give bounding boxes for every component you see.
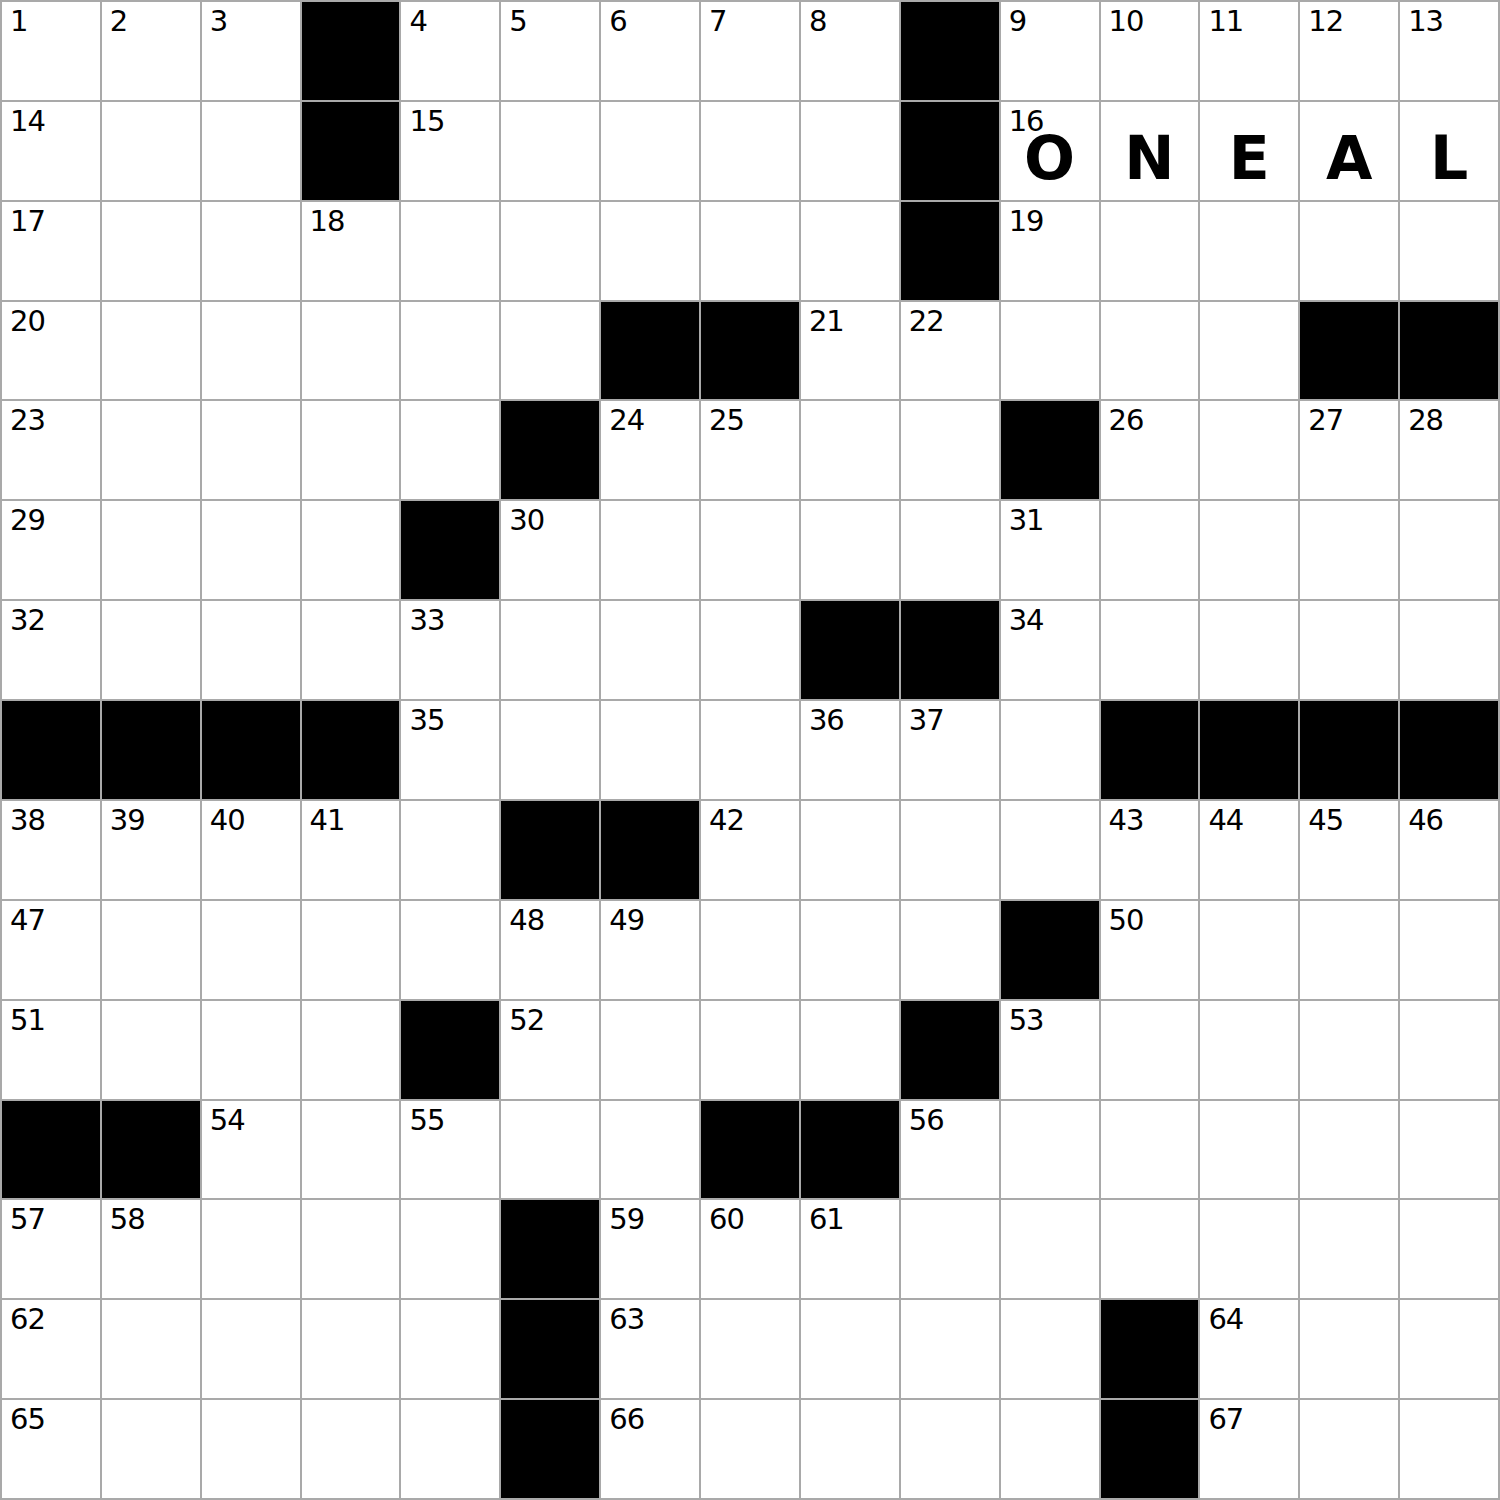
grid-cell[interactable] (1200, 501, 1298, 599)
grid-cell[interactable]: 48 (501, 901, 599, 999)
grid-cell[interactable]: E (1200, 102, 1298, 200)
grid-cell[interactable]: 46 (1400, 801, 1498, 899)
clue-number: 40 (210, 806, 245, 835)
grid-cell[interactable] (1001, 1200, 1099, 1298)
grid-cell[interactable] (1200, 1200, 1298, 1298)
grid-cell[interactable]: 37 (901, 701, 999, 799)
grid-cell[interactable]: 40 (202, 801, 300, 899)
grid-cell[interactable]: 66 (601, 1400, 699, 1498)
grid-cell[interactable]: 7 (701, 2, 799, 100)
clue-number: 29 (10, 506, 45, 535)
grid-cell[interactable]: 5 (501, 2, 599, 100)
clue-number: 8 (809, 7, 826, 36)
grid-cell[interactable] (1400, 501, 1498, 599)
grid-cell[interactable] (102, 302, 200, 400)
grid-cell[interactable] (302, 1001, 400, 1099)
grid-cell[interactable]: 56 (901, 1101, 999, 1199)
clue-number: 42 (709, 806, 744, 835)
grid-cell[interactable] (1400, 1300, 1498, 1398)
grid-cell[interactable] (801, 102, 899, 200)
grid-cell[interactable]: 60 (701, 1200, 799, 1298)
clue-number: 31 (1009, 506, 1044, 535)
grid-cell[interactable] (202, 1001, 300, 1099)
grid-cell[interactable] (1300, 1200, 1398, 1298)
black-cell (401, 1001, 499, 1099)
grid-cell[interactable] (1101, 601, 1199, 699)
grid-cell[interactable] (1400, 1101, 1498, 1199)
grid-cell[interactable] (1200, 601, 1298, 699)
grid-cell[interactable] (701, 701, 799, 799)
clue-number: 41 (310, 806, 345, 835)
grid-cell[interactable] (202, 901, 300, 999)
grid-cell[interactable] (501, 601, 599, 699)
grid-cell[interactable] (302, 501, 400, 599)
grid-cell[interactable] (202, 1400, 300, 1498)
grid-cell[interactable] (202, 302, 300, 400)
grid-cell[interactable] (701, 102, 799, 200)
grid-cell[interactable]: 38 (2, 801, 100, 899)
clue-number: 15 (409, 107, 444, 136)
clue-number: 53 (1009, 1006, 1044, 1035)
black-cell (1001, 401, 1099, 499)
clue-number: 19 (1009, 207, 1044, 236)
black-cell (2, 701, 100, 799)
clue-number: 30 (509, 506, 544, 535)
black-cell (701, 1101, 799, 1199)
grid-cell[interactable] (102, 1300, 200, 1398)
clue-number: 17 (10, 207, 45, 236)
grid-cell[interactable]: 54 (202, 1101, 300, 1199)
grid-cell[interactable] (501, 701, 599, 799)
grid-cell[interactable]: 11 (1200, 2, 1298, 100)
clue-number: 18 (310, 207, 345, 236)
clue-number: 34 (1009, 606, 1044, 635)
grid-cell[interactable] (801, 901, 899, 999)
black-cell (801, 1101, 899, 1199)
clue-number: 22 (909, 307, 944, 336)
grid-cell[interactable] (501, 102, 599, 200)
grid-cell[interactable]: 58 (102, 1200, 200, 1298)
black-cell (501, 1300, 599, 1398)
clue-number: 61 (809, 1205, 844, 1234)
grid-cell[interactable] (1101, 1001, 1199, 1099)
black-cell (901, 202, 999, 300)
grid-cell[interactable] (401, 801, 499, 899)
grid-cell[interactable]: 42 (701, 801, 799, 899)
grid-cell[interactable] (401, 1300, 499, 1398)
grid-cell[interactable] (202, 501, 300, 599)
grid-cell[interactable]: 10 (1101, 2, 1199, 100)
grid-cell[interactable] (601, 701, 699, 799)
grid-cell[interactable] (1001, 1400, 1099, 1498)
crossword-grid: 12345678910111213141516ONEAL171819202122… (0, 0, 1500, 1500)
grid-cell[interactable] (901, 1300, 999, 1398)
black-cell (302, 2, 400, 100)
grid-cell[interactable] (801, 501, 899, 599)
clue-number: 23 (10, 406, 45, 435)
clue-number: 6 (609, 7, 626, 36)
black-cell (2, 1101, 100, 1199)
grid-cell[interactable]: 67 (1200, 1400, 1298, 1498)
grid-cell[interactable] (102, 102, 200, 200)
grid-cell[interactable] (202, 601, 300, 699)
grid-cell[interactable] (601, 202, 699, 300)
clue-number: 47 (10, 906, 45, 935)
grid-cell[interactable] (701, 901, 799, 999)
black-cell (901, 102, 999, 200)
clue-number: 27 (1308, 406, 1343, 435)
grid-cell[interactable] (901, 401, 999, 499)
black-cell (1101, 1300, 1199, 1398)
grid-cell[interactable] (901, 501, 999, 599)
clue-number: 11 (1208, 7, 1243, 36)
grid-cell[interactable] (202, 1300, 300, 1398)
grid-cell[interactable] (701, 501, 799, 599)
grid-cell[interactable]: 21 (801, 302, 899, 400)
clue-number: 44 (1208, 806, 1243, 835)
grid-cell[interactable] (302, 1300, 400, 1398)
grid-cell[interactable] (302, 1200, 400, 1298)
clue-number: 28 (1408, 406, 1443, 435)
grid-cell[interactable] (901, 1400, 999, 1498)
clue-number: 67 (1208, 1405, 1243, 1434)
grid-cell[interactable]: 45 (1300, 801, 1398, 899)
black-cell (401, 501, 499, 599)
clue-number: 14 (10, 107, 45, 136)
black-cell (1400, 701, 1498, 799)
grid-cell[interactable]: 3 (202, 2, 300, 100)
grid-cell[interactable] (1200, 202, 1298, 300)
grid-cell[interactable]: 31 (1001, 501, 1099, 599)
clue-number: 5 (509, 7, 526, 36)
grid-cell[interactable] (202, 202, 300, 300)
black-cell (901, 2, 999, 100)
clue-number: 64 (1208, 1305, 1243, 1334)
grid-cell[interactable] (302, 302, 400, 400)
grid-cell[interactable] (1400, 601, 1498, 699)
clue-number: 49 (609, 906, 644, 935)
grid-cell[interactable] (1400, 1001, 1498, 1099)
grid-cell[interactable]: 9 (1001, 2, 1099, 100)
grid-cell[interactable] (1001, 1101, 1099, 1199)
grid-cell[interactable] (701, 1300, 799, 1398)
grid-cell[interactable]: 24 (601, 401, 699, 499)
grid-cell[interactable] (1001, 701, 1099, 799)
clue-number: 39 (110, 806, 145, 835)
grid-cell[interactable] (102, 601, 200, 699)
grid-cell[interactable] (701, 1001, 799, 1099)
grid-cell[interactable]: 22 (901, 302, 999, 400)
grid-cell[interactable] (801, 1300, 899, 1398)
black-cell (1001, 901, 1099, 999)
grid-cell[interactable] (102, 501, 200, 599)
black-cell (501, 801, 599, 899)
clue-number: 36 (809, 706, 844, 735)
grid-cell[interactable] (901, 801, 999, 899)
clue-number: 57 (10, 1205, 45, 1234)
grid-cell[interactable] (401, 302, 499, 400)
grid-cell[interactable]: 59 (601, 1200, 699, 1298)
grid-cell[interactable] (401, 1400, 499, 1498)
grid-cell[interactable] (701, 1400, 799, 1498)
grid-cell[interactable] (401, 401, 499, 499)
black-cell (302, 102, 400, 200)
grid-cell[interactable] (302, 401, 400, 499)
clue-number: 43 (1109, 806, 1144, 835)
clue-number: 65 (10, 1405, 45, 1434)
black-cell (102, 1101, 200, 1199)
grid-cell[interactable] (302, 1400, 400, 1498)
grid-cell[interactable]: 12 (1300, 2, 1398, 100)
grid-cell[interactable]: N (1101, 102, 1199, 200)
grid-cell[interactable] (102, 901, 200, 999)
grid-cell[interactable] (1101, 1101, 1199, 1199)
grid-cell[interactable]: 63 (601, 1300, 699, 1398)
grid-cell[interactable] (1001, 801, 1099, 899)
grid-cell[interactable]: 39 (102, 801, 200, 899)
grid-cell[interactable] (102, 1400, 200, 1498)
grid-cell[interactable]: 32 (2, 601, 100, 699)
grid-cell[interactable]: 26 (1101, 401, 1199, 499)
black-cell (501, 1200, 599, 1298)
grid-cell[interactable] (202, 1200, 300, 1298)
grid-cell[interactable] (1400, 901, 1498, 999)
grid-cell[interactable] (102, 202, 200, 300)
clue-number: 48 (509, 906, 544, 935)
grid-cell[interactable]: 51 (2, 1001, 100, 1099)
grid-cell[interactable] (801, 202, 899, 300)
grid-cell[interactable]: 13 (1400, 2, 1498, 100)
grid-cell[interactable] (601, 501, 699, 599)
grid-cell[interactable]: 14 (2, 102, 100, 200)
clue-number: 25 (709, 406, 744, 435)
grid-cell[interactable]: 1 (2, 2, 100, 100)
grid-cell[interactable]: 52 (501, 1001, 599, 1099)
black-cell (1101, 1400, 1199, 1498)
grid-cell[interactable]: 25 (701, 401, 799, 499)
grid-cell[interactable] (601, 601, 699, 699)
grid-cell[interactable] (202, 102, 300, 200)
black-cell (1400, 302, 1498, 400)
black-cell (1300, 302, 1398, 400)
grid-cell[interactable] (1300, 1001, 1398, 1099)
clue-number: 9 (1009, 7, 1026, 36)
clue-number: 55 (409, 1106, 444, 1135)
grid-cell[interactable] (1001, 1300, 1099, 1398)
grid-cell[interactable]: L (1400, 102, 1498, 200)
clue-number: 45 (1308, 806, 1343, 835)
clue-number: 1 (10, 7, 27, 36)
grid-cell[interactable] (1300, 501, 1398, 599)
grid-cell[interactable]: 65 (2, 1400, 100, 1498)
clue-number: 54 (210, 1106, 245, 1135)
grid-cell[interactable]: 30 (501, 501, 599, 599)
grid-cell[interactable]: 41 (302, 801, 400, 899)
grid-cell[interactable] (1300, 1300, 1398, 1398)
grid-cell[interactable]: 4 (401, 2, 499, 100)
grid-cell[interactable] (1400, 1200, 1498, 1298)
grid-cell[interactable]: 27 (1300, 401, 1398, 499)
clue-number: 20 (10, 307, 45, 336)
grid-cell[interactable]: 50 (1101, 901, 1199, 999)
grid-cell[interactable] (601, 1101, 699, 1199)
clue-number: 60 (709, 1205, 744, 1234)
grid-cell[interactable] (801, 801, 899, 899)
grid-cell[interactable] (1300, 1400, 1398, 1498)
clue-number: 3 (210, 7, 227, 36)
grid-cell[interactable]: 49 (601, 901, 699, 999)
grid-cell[interactable] (202, 401, 300, 499)
grid-cell[interactable] (501, 302, 599, 400)
grid-cell[interactable] (801, 1400, 899, 1498)
grid-cell[interactable]: 36 (801, 701, 899, 799)
grid-cell[interactable]: 61 (801, 1200, 899, 1298)
cell-letter: N (1101, 102, 1199, 200)
black-cell (102, 701, 200, 799)
black-cell (601, 801, 699, 899)
black-cell (901, 601, 999, 699)
grid-cell[interactable] (1200, 1101, 1298, 1199)
black-cell (1200, 701, 1298, 799)
clue-number: 56 (909, 1106, 944, 1135)
grid-cell[interactable]: 18 (302, 202, 400, 300)
clue-number: 21 (809, 307, 844, 336)
grid-cell[interactable]: 2 (102, 2, 200, 100)
clue-number: 46 (1408, 806, 1443, 835)
grid-cell[interactable]: 44 (1200, 801, 1298, 899)
grid-cell[interactable] (302, 1101, 400, 1199)
grid-cell[interactable] (1001, 302, 1099, 400)
grid-cell[interactable] (302, 901, 400, 999)
grid-cell[interactable] (701, 202, 799, 300)
grid-cell[interactable]: 57 (2, 1200, 100, 1298)
grid-cell[interactable] (901, 1200, 999, 1298)
black-cell (501, 401, 599, 499)
grid-cell[interactable]: 33 (401, 601, 499, 699)
black-cell (801, 601, 899, 699)
grid-cell[interactable]: 43 (1101, 801, 1199, 899)
grid-cell[interactable]: 6 (601, 2, 699, 100)
clue-number: 52 (509, 1006, 544, 1035)
black-cell (1300, 701, 1398, 799)
black-cell (701, 302, 799, 400)
clue-number: 24 (609, 406, 644, 435)
grid-cell[interactable]: 62 (2, 1300, 100, 1398)
grid-cell[interactable] (901, 901, 999, 999)
clue-number: 51 (10, 1006, 45, 1035)
black-cell (202, 701, 300, 799)
grid-cell[interactable]: 47 (2, 901, 100, 999)
clue-number: 26 (1109, 406, 1144, 435)
clue-number: 59 (609, 1205, 644, 1234)
clue-number: 38 (10, 806, 45, 835)
grid-cell[interactable] (102, 1001, 200, 1099)
grid-cell[interactable] (801, 401, 899, 499)
grid-cell[interactable]: A (1300, 102, 1398, 200)
grid-cell[interactable]: 34 (1001, 601, 1099, 699)
cell-letter: O (1001, 102, 1099, 200)
grid-cell[interactable] (1300, 202, 1398, 300)
grid-cell[interactable] (601, 102, 699, 200)
clue-number: 2 (110, 7, 127, 36)
black-cell (601, 302, 699, 400)
clue-number: 10 (1109, 7, 1144, 36)
black-cell (1101, 701, 1199, 799)
clue-number: 33 (409, 606, 444, 635)
grid-cell[interactable] (401, 1200, 499, 1298)
grid-cell[interactable] (1101, 1200, 1199, 1298)
grid-cell[interactable]: 55 (401, 1101, 499, 1199)
grid-cell[interactable] (401, 202, 499, 300)
clue-number: 4 (409, 7, 426, 36)
grid-cell[interactable] (1200, 302, 1298, 400)
grid-cell[interactable]: 8 (801, 2, 899, 100)
clue-number: 37 (909, 706, 944, 735)
grid-cell[interactable]: 29 (2, 501, 100, 599)
clue-number: 35 (409, 706, 444, 735)
grid-cell[interactable] (501, 1101, 599, 1199)
grid-cell[interactable]: 53 (1001, 1001, 1099, 1099)
cell-letter: E (1200, 102, 1298, 200)
grid-cell[interactable] (1300, 901, 1398, 999)
grid-cell[interactable] (1200, 401, 1298, 499)
grid-cell[interactable] (1400, 202, 1498, 300)
clue-number: 58 (110, 1205, 145, 1234)
grid-cell[interactable] (801, 1001, 899, 1099)
clue-number: 50 (1109, 906, 1144, 935)
black-cell (901, 1001, 999, 1099)
clue-number: 63 (609, 1305, 644, 1334)
grid-cell[interactable] (1200, 901, 1298, 999)
black-cell (501, 1400, 599, 1498)
black-cell (302, 701, 400, 799)
grid-cell[interactable] (1101, 501, 1199, 599)
grid-cell[interactable]: 20 (2, 302, 100, 400)
grid-cell[interactable] (701, 601, 799, 699)
grid-cell[interactable] (1300, 1101, 1398, 1199)
grid-cell[interactable]: 64 (1200, 1300, 1298, 1398)
clue-number: 13 (1408, 7, 1443, 36)
grid-cell[interactable]: 15 (401, 102, 499, 200)
grid-cell[interactable] (501, 202, 599, 300)
grid-cell[interactable] (1200, 1001, 1298, 1099)
clue-number: 32 (10, 606, 45, 635)
grid-cell[interactable] (1101, 302, 1199, 400)
cell-letter: L (1400, 102, 1498, 200)
grid-cell[interactable]: 23 (2, 401, 100, 499)
grid-cell[interactable] (1400, 1400, 1498, 1498)
clue-number: 66 (609, 1405, 644, 1434)
clue-number: 62 (10, 1305, 45, 1334)
grid-cell[interactable]: 16O (1001, 102, 1099, 200)
clue-number: 12 (1308, 7, 1343, 36)
clue-number: 7 (709, 7, 726, 36)
cell-letter: A (1300, 102, 1398, 200)
grid-cell[interactable] (102, 401, 200, 499)
grid-cell[interactable]: 17 (2, 202, 100, 300)
grid-cell[interactable] (302, 601, 400, 699)
grid-cell[interactable] (601, 1001, 699, 1099)
grid-cell[interactable]: 35 (401, 701, 499, 799)
grid-cell[interactable] (1101, 202, 1199, 300)
grid-cell[interactable] (401, 901, 499, 999)
grid-cell[interactable] (1300, 601, 1398, 699)
grid-cell[interactable]: 19 (1001, 202, 1099, 300)
grid-cell[interactable]: 28 (1400, 401, 1498, 499)
